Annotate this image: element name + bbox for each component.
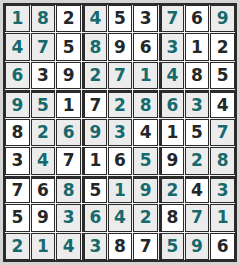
cell-r9c9[interactable]: 6 (210, 233, 235, 260)
cell-r3c7[interactable]: 4 (159, 62, 184, 89)
cell-r5c1[interactable]: 8 (5, 119, 30, 146)
cell-r5c5[interactable]: 3 (108, 119, 133, 146)
cell-r6c7[interactable]: 9 (159, 147, 184, 174)
cell-r7c9[interactable]: 3 (210, 176, 235, 203)
cell-r3c6[interactable]: 1 (133, 62, 158, 89)
cell-r7c2[interactable]: 6 (31, 176, 56, 203)
cell-r1c5[interactable]: 5 (108, 5, 133, 32)
cell-r4c1[interactable]: 9 (5, 90, 30, 117)
cell-r5c2[interactable]: 2 (31, 119, 56, 146)
cell-r9c8[interactable]: 9 (185, 233, 210, 260)
cell-r9c5[interactable]: 8 (108, 233, 133, 260)
cell-r1c9[interactable]: 9 (210, 5, 235, 32)
cell-r7c3[interactable]: 8 (56, 176, 81, 203)
cell-r5c9[interactable]: 7 (210, 119, 235, 146)
cell-r2c4[interactable]: 8 (82, 33, 107, 60)
cell-r8c1[interactable]: 5 (5, 204, 30, 231)
cell-r2c2[interactable]: 7 (31, 33, 56, 60)
cell-r6c1[interactable]: 3 (5, 147, 30, 174)
cell-r8c9[interactable]: 1 (210, 204, 235, 231)
cell-r8c2[interactable]: 9 (31, 204, 56, 231)
cell-r7c4[interactable]: 5 (82, 176, 107, 203)
cell-r9c6[interactable]: 7 (133, 233, 158, 260)
cell-r5c8[interactable]: 5 (185, 119, 210, 146)
cell-r2c5[interactable]: 9 (108, 33, 133, 60)
cell-r5c4[interactable]: 9 (82, 119, 107, 146)
cell-r4c9[interactable]: 4 (210, 90, 235, 117)
cell-r1c7[interactable]: 7 (159, 5, 184, 32)
cell-r2c7[interactable]: 3 (159, 33, 184, 60)
cell-r1c4[interactable]: 4 (82, 5, 107, 32)
cell-r6c9[interactable]: 8 (210, 147, 235, 174)
cell-r3c5[interactable]: 7 (108, 62, 133, 89)
sudoku-board: 1824537694758963126392714859517286348269… (3, 3, 237, 262)
cell-r3c4[interactable]: 2 (82, 62, 107, 89)
cell-r8c7[interactable]: 8 (159, 204, 184, 231)
cell-r6c6[interactable]: 5 (133, 147, 158, 174)
cell-r7c8[interactable]: 4 (185, 176, 210, 203)
cell-r3c9[interactable]: 5 (210, 62, 235, 89)
cell-r1c6[interactable]: 3 (133, 5, 158, 32)
cell-r1c8[interactable]: 6 (185, 5, 210, 32)
cell-r6c8[interactable]: 2 (185, 147, 210, 174)
cell-r4c2[interactable]: 5 (31, 90, 56, 117)
cell-r9c1[interactable]: 2 (5, 233, 30, 260)
cell-r5c3[interactable]: 6 (56, 119, 81, 146)
cell-r2c3[interactable]: 5 (56, 33, 81, 60)
cell-r2c8[interactable]: 1 (185, 33, 210, 60)
cell-r8c3[interactable]: 3 (56, 204, 81, 231)
cell-r3c2[interactable]: 3 (31, 62, 56, 89)
cell-r6c4[interactable]: 1 (82, 147, 107, 174)
cell-r6c3[interactable]: 7 (56, 147, 81, 174)
cell-r6c2[interactable]: 4 (31, 147, 56, 174)
page-background: 1824537694758963126392714859517286348269… (0, 0, 240, 265)
cell-r1c1[interactable]: 1 (5, 5, 30, 32)
cell-r7c5[interactable]: 1 (108, 176, 133, 203)
cell-r7c6[interactable]: 9 (133, 176, 158, 203)
cell-r1c3[interactable]: 2 (56, 5, 81, 32)
cell-r4c7[interactable]: 6 (159, 90, 184, 117)
cell-r5c7[interactable]: 1 (159, 119, 184, 146)
cell-r3c3[interactable]: 9 (56, 62, 81, 89)
cell-r4c4[interactable]: 7 (82, 90, 107, 117)
cell-r4c5[interactable]: 2 (108, 90, 133, 117)
cell-r3c8[interactable]: 8 (185, 62, 210, 89)
cell-r9c3[interactable]: 4 (56, 233, 81, 260)
cell-r9c4[interactable]: 3 (82, 233, 107, 260)
cell-r8c4[interactable]: 6 (82, 204, 107, 231)
cell-r4c8[interactable]: 3 (185, 90, 210, 117)
cell-r4c6[interactable]: 8 (133, 90, 158, 117)
cell-r8c5[interactable]: 4 (108, 204, 133, 231)
cell-r8c6[interactable]: 2 (133, 204, 158, 231)
cell-r1c2[interactable]: 8 (31, 5, 56, 32)
cell-r7c1[interactable]: 7 (5, 176, 30, 203)
cell-r4c3[interactable]: 1 (56, 90, 81, 117)
cell-r9c7[interactable]: 5 (159, 233, 184, 260)
cell-r3c1[interactable]: 6 (5, 62, 30, 89)
cell-r2c9[interactable]: 2 (210, 33, 235, 60)
cell-r2c6[interactable]: 6 (133, 33, 158, 60)
cell-r7c7[interactable]: 2 (159, 176, 184, 203)
cell-r9c2[interactable]: 1 (31, 233, 56, 260)
cell-r5c6[interactable]: 4 (133, 119, 158, 146)
cell-r8c8[interactable]: 7 (185, 204, 210, 231)
cell-r2c1[interactable]: 4 (5, 33, 30, 60)
cell-r6c5[interactable]: 6 (108, 147, 133, 174)
